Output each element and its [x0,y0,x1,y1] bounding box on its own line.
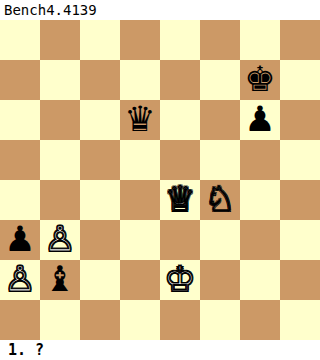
square-a3[interactable]: ♟ [0,220,40,260]
square-a7[interactable] [0,60,40,100]
square-a2[interactable]: ♙ [0,260,40,300]
square-b8[interactable] [40,20,80,60]
square-c4[interactable] [80,180,120,220]
chess-diagram-page: Bench4.4139 ♚♛♟♕♘♟♙♙♝♔ 1. ? [0,0,320,360]
move-prompt: 1. ? [0,340,320,360]
square-d7[interactable] [120,60,160,100]
square-b6[interactable] [40,100,80,140]
square-h4[interactable] [280,180,320,220]
square-b2[interactable]: ♝ [40,260,80,300]
square-h1[interactable] [280,300,320,340]
square-h2[interactable] [280,260,320,300]
square-a5[interactable] [0,140,40,180]
square-g4[interactable] [240,180,280,220]
square-f1[interactable] [200,300,240,340]
square-a8[interactable] [0,20,40,60]
square-d1[interactable] [120,300,160,340]
square-e8[interactable] [160,20,200,60]
square-h5[interactable] [280,140,320,180]
piece-bB: ♝ [44,262,75,297]
square-b3[interactable]: ♙ [40,220,80,260]
square-g1[interactable] [240,300,280,340]
square-a1[interactable] [0,300,40,340]
square-f6[interactable] [200,100,240,140]
square-c8[interactable] [80,20,120,60]
square-e2[interactable]: ♔ [160,260,200,300]
square-d4[interactable] [120,180,160,220]
square-e6[interactable] [160,100,200,140]
square-d8[interactable] [120,20,160,60]
piece-bP: ♟ [4,222,35,257]
square-b7[interactable] [40,60,80,100]
square-e3[interactable] [160,220,200,260]
chess-board: ♚♛♟♕♘♟♙♙♝♔ [0,20,320,340]
square-f7[interactable] [200,60,240,100]
page-title: Bench4.4139 [0,0,320,20]
piece-wP: ♙ [44,222,75,257]
piece-wN: ♘ [204,182,235,217]
square-f2[interactable] [200,260,240,300]
piece-bK: ♚ [244,62,275,97]
square-a6[interactable] [0,100,40,140]
square-f3[interactable] [200,220,240,260]
square-b5[interactable] [40,140,80,180]
square-e7[interactable] [160,60,200,100]
square-f4[interactable]: ♘ [200,180,240,220]
square-e4[interactable]: ♕ [160,180,200,220]
square-e1[interactable] [160,300,200,340]
square-c7[interactable] [80,60,120,100]
square-d2[interactable] [120,260,160,300]
square-g5[interactable] [240,140,280,180]
square-a4[interactable] [0,180,40,220]
square-f8[interactable] [200,20,240,60]
square-h8[interactable] [280,20,320,60]
square-h6[interactable] [280,100,320,140]
square-h7[interactable] [280,60,320,100]
piece-wK: ♔ [164,262,195,297]
square-d6[interactable]: ♛ [120,100,160,140]
square-c6[interactable] [80,100,120,140]
square-g6[interactable]: ♟ [240,100,280,140]
square-g8[interactable] [240,20,280,60]
square-h3[interactable] [280,220,320,260]
square-c5[interactable] [80,140,120,180]
piece-wQ: ♕ [164,182,195,217]
piece-wP: ♙ [4,262,35,297]
square-c2[interactable] [80,260,120,300]
square-e5[interactable] [160,140,200,180]
square-g7[interactable]: ♚ [240,60,280,100]
square-g2[interactable] [240,260,280,300]
square-b1[interactable] [40,300,80,340]
square-d5[interactable] [120,140,160,180]
square-f5[interactable] [200,140,240,180]
square-c3[interactable] [80,220,120,260]
piece-bP: ♟ [244,102,275,137]
square-b4[interactable] [40,180,80,220]
square-g3[interactable] [240,220,280,260]
square-d3[interactable] [120,220,160,260]
square-c1[interactable] [80,300,120,340]
piece-bQ: ♛ [124,102,155,137]
